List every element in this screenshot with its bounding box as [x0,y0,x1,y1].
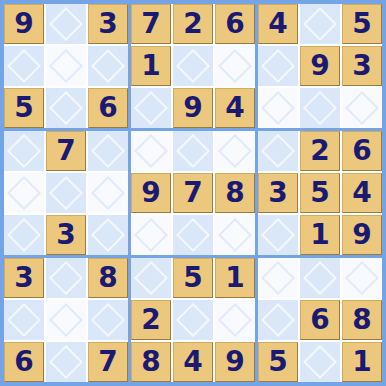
cell-r1c1: 9 [4,4,44,44]
cell-r8c4: 2 [131,300,171,340]
cell-r9c7: 5 [258,342,298,382]
diamond-icon [91,49,125,83]
given-digit: 9 [225,348,244,376]
cell-r6c2: 3 [46,215,86,255]
cell-r2c3[interactable] [88,46,128,86]
diamond-icon [345,91,379,125]
diamond-icon [303,261,337,295]
cell-r9c8[interactable] [300,342,340,382]
cell-r9c5: 4 [173,342,213,382]
cell-r2c1[interactable] [4,46,44,86]
cell-r8c2[interactable] [46,300,86,340]
diamond-icon [7,49,41,83]
given-digit: 3 [14,264,33,292]
given-digit: 2 [183,10,202,38]
diamond-icon [303,7,337,41]
given-digit: 7 [56,137,75,165]
cell-r2c4: 1 [131,46,171,86]
diamond-icon [49,345,83,379]
given-digit: 6 [352,137,371,165]
diamond-icon [218,134,252,168]
cell-r6c3[interactable] [88,215,128,255]
diamond-icon [49,7,83,41]
given-digit: 1 [225,264,244,292]
given-digit: 9 [14,10,33,38]
given-digit: 9 [141,179,160,207]
cell-r7c8[interactable] [300,258,340,298]
cell-r7c6: 1 [215,258,255,298]
given-digit: 6 [310,306,329,334]
cell-r6c4[interactable] [131,215,171,255]
cell-r1c9: 5 [342,4,382,44]
cell-r1c2[interactable] [46,4,86,44]
given-digit: 5 [352,10,371,38]
diamond-icon [49,176,83,210]
cell-r1c5: 2 [173,4,213,44]
cell-r3c2[interactable] [46,88,86,128]
cell-r5c9: 4 [342,173,382,213]
diamond-icon [7,218,41,252]
cell-r5c6: 8 [215,173,255,213]
cell-r8c1[interactable] [4,300,44,340]
given-digit: 6 [14,348,33,376]
cell-r3c3: 6 [88,88,128,128]
cell-r6c1[interactable] [4,215,44,255]
given-digit: 1 [141,52,160,80]
cell-r6c9: 9 [342,215,382,255]
given-digit: 5 [310,179,329,207]
cell-r9c2[interactable] [46,342,86,382]
given-digit: 8 [352,306,371,334]
cell-r5c2[interactable] [46,173,86,213]
diamond-icon [49,261,83,295]
cell-r9c9: 1 [342,342,382,382]
diamond-icon [345,261,379,295]
given-digit: 5 [14,94,33,122]
box-4: 73 [4,131,128,255]
given-digit: 7 [141,10,160,38]
box-6: 2635419 [258,131,382,255]
box-7: 3867 [4,258,128,382]
cell-r5c4: 9 [131,173,171,213]
given-digit: 9 [352,221,371,249]
diamond-icon [7,176,41,210]
cell-r3c8[interactable] [300,88,340,128]
cell-r7c9[interactable] [342,258,382,298]
box-1: 9356 [4,4,128,128]
diamond-icon [218,218,252,252]
diamond-icon [303,345,337,379]
cell-r9c1: 6 [4,342,44,382]
sudoku-board: 9356726194459373978263541938675128496851 [0,0,386,386]
given-digit: 6 [225,10,244,38]
diamond-icon [261,261,295,295]
box-2: 726194 [131,4,255,128]
given-digit: 8 [225,179,244,207]
given-digit: 9 [310,52,329,80]
cell-r9c6: 9 [215,342,255,382]
box-3: 4593 [258,4,382,128]
cell-r7c4[interactable] [131,258,171,298]
cell-r4c2: 7 [46,131,86,171]
given-digit: 8 [98,264,117,292]
cell-r5c7: 3 [258,173,298,213]
given-digit: 1 [352,348,371,376]
cell-r6c8: 1 [300,215,340,255]
cell-r2c8: 9 [300,46,340,86]
cell-r4c4[interactable] [131,131,171,171]
cell-r4c3[interactable] [88,131,128,171]
cell-r9c3: 7 [88,342,128,382]
diamond-icon [176,49,210,83]
cell-r4c6[interactable] [215,131,255,171]
given-digit: 4 [268,10,287,38]
cell-r2c9: 3 [342,46,382,86]
cell-r8c9: 8 [342,300,382,340]
given-digit: 5 [268,348,287,376]
cell-r1c8[interactable] [300,4,340,44]
cell-r8c7[interactable] [258,300,298,340]
given-digit: 4 [352,179,371,207]
cell-r1c6: 6 [215,4,255,44]
diamond-icon [91,176,125,210]
diamond-icon [134,134,168,168]
cell-r3c7[interactable] [258,88,298,128]
given-digit: 3 [56,221,75,249]
cell-r2c2[interactable] [46,46,86,86]
cell-r8c6[interactable] [215,300,255,340]
cell-r5c5: 7 [173,173,213,213]
given-digit: 2 [310,137,329,165]
box-5: 978 [131,131,255,255]
given-digit: 3 [98,10,117,38]
diamond-icon [218,49,252,83]
cell-r8c8: 6 [300,300,340,340]
cell-r3c1: 5 [4,88,44,128]
cell-r6c6[interactable] [215,215,255,255]
diamond-icon [7,303,41,337]
diamond-icon [49,49,83,83]
cell-r1c7: 4 [258,4,298,44]
cell-r1c3: 3 [88,4,128,44]
cell-r4c9: 6 [342,131,382,171]
cell-r6c7[interactable] [258,215,298,255]
diamond-icon [261,49,295,83]
diamond-icon [134,261,168,295]
given-digit: 4 [183,348,202,376]
diamond-icon [49,91,83,125]
cell-r7c3: 8 [88,258,128,298]
diamond-icon [176,218,210,252]
cell-r7c1: 3 [4,258,44,298]
cell-r4c1[interactable] [4,131,44,171]
cell-r3c4[interactable] [131,88,171,128]
diamond-icon [303,91,337,125]
box-9: 6851 [258,258,382,382]
cell-r3c5: 9 [173,88,213,128]
box-8: 512849 [131,258,255,382]
diamond-icon [261,303,295,337]
given-digit: 6 [98,94,117,122]
given-digit: 7 [98,348,117,376]
cell-r5c1[interactable] [4,173,44,213]
cell-r7c5: 5 [173,258,213,298]
given-digit: 3 [352,52,371,80]
cell-r3c6: 4 [215,88,255,128]
given-digit: 4 [225,94,244,122]
diamond-icon [176,134,210,168]
diamond-icon [7,134,41,168]
cell-r8c5[interactable] [173,300,213,340]
diamond-icon [49,303,83,337]
diamond-icon [134,218,168,252]
cell-r1c4: 7 [131,4,171,44]
given-digit: 2 [141,306,160,334]
cell-r5c8: 5 [300,173,340,213]
diamond-icon [91,134,125,168]
given-digit: 5 [183,264,202,292]
cell-r5c3[interactable] [88,173,128,213]
cell-r7c7[interactable] [258,258,298,298]
diamond-icon [261,134,295,168]
diamond-icon [261,91,295,125]
cell-r2c5[interactable] [173,46,213,86]
given-digit: 7 [183,179,202,207]
cell-r8c3[interactable] [88,300,128,340]
given-digit: 8 [141,348,160,376]
diamond-icon [218,303,252,337]
cell-r9c4: 8 [131,342,171,382]
cell-r4c7[interactable] [258,131,298,171]
diamond-icon [91,218,125,252]
cell-r3c9[interactable] [342,88,382,128]
given-digit: 1 [310,221,329,249]
cell-r7c2[interactable] [46,258,86,298]
diamond-icon [91,303,125,337]
given-digit: 3 [268,179,287,207]
cell-r6c5[interactable] [173,215,213,255]
diamond-icon [261,218,295,252]
cell-r2c6[interactable] [215,46,255,86]
cell-r4c5[interactable] [173,131,213,171]
given-digit: 9 [183,94,202,122]
cell-r4c8: 2 [300,131,340,171]
cell-r2c7[interactable] [258,46,298,86]
diamond-icon [134,91,168,125]
diamond-icon [176,303,210,337]
